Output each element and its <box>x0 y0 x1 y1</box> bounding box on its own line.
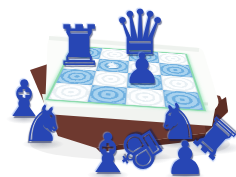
solitaire-chess-scene: ♞ ♜ ♛ ♟ ♝ ♞ ♝ ♚ ♞ ♟ ♜ <box>0 0 236 177</box>
board-piece-pawn[interactable]: ♟ <box>123 48 161 90</box>
loose-piece-knight-front-left[interactable]: ♞ <box>21 99 66 149</box>
board-piece-rook[interactable]: ♜ <box>54 18 104 74</box>
board-cell-r3c1[interactable] <box>87 85 127 105</box>
